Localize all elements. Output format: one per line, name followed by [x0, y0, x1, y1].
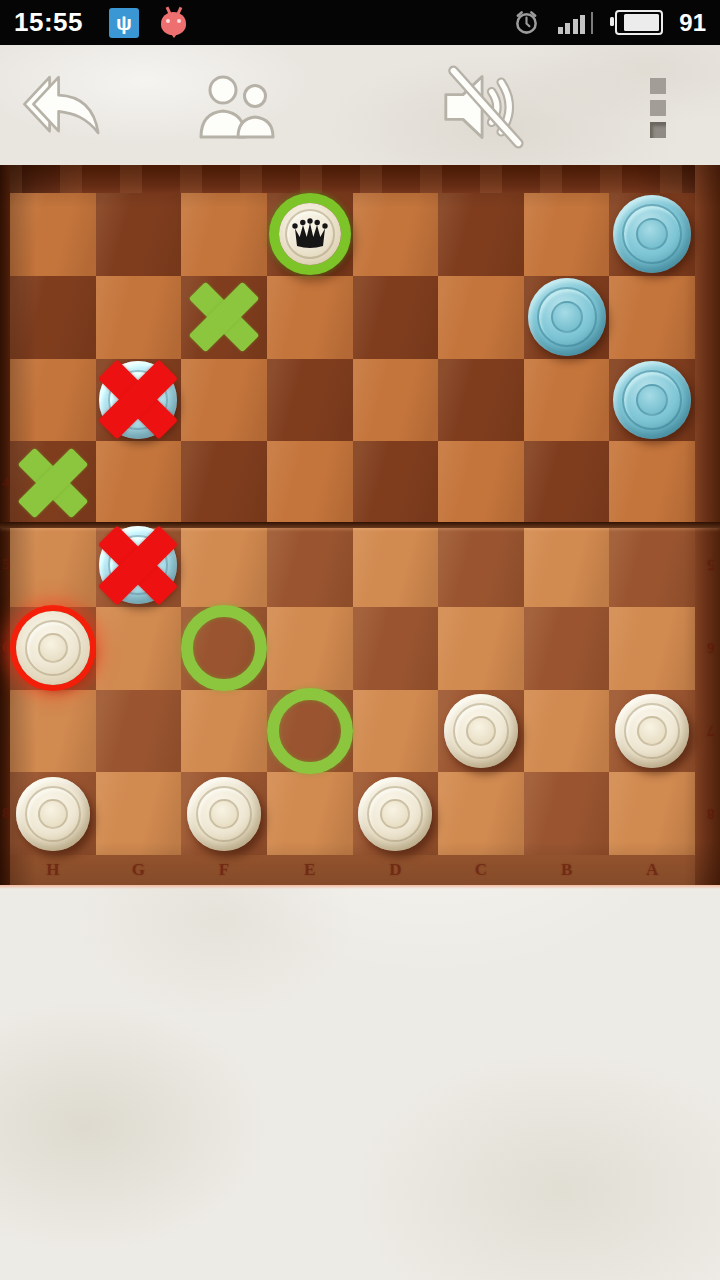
white-man[interactable]	[358, 777, 432, 851]
players-button[interactable]	[195, 73, 281, 141]
square-C3[interactable]	[438, 359, 524, 442]
file-label-A: A	[646, 860, 658, 880]
green-x-marker[interactable]	[10, 441, 96, 524]
square-A1[interactable]	[609, 193, 695, 276]
green-circle-marker[interactable]	[267, 688, 353, 774]
board-frame-bottom	[0, 855, 720, 885]
square-A8[interactable]	[609, 772, 695, 855]
square-H3[interactable]	[10, 359, 96, 442]
file-label-D: D	[389, 860, 401, 880]
square-A7[interactable]	[609, 690, 695, 773]
square-C8[interactable]	[438, 772, 524, 855]
square-E2[interactable]	[267, 276, 353, 359]
square-G7[interactable]	[96, 690, 182, 773]
usb-debugging-icon: ψ	[109, 8, 139, 38]
white-man[interactable]	[16, 611, 90, 685]
square-A5[interactable]	[609, 524, 695, 607]
square-H1[interactable]	[10, 193, 96, 276]
square-H6[interactable]	[10, 607, 96, 690]
square-C7[interactable]	[438, 690, 524, 773]
alarm-clock-icon	[513, 9, 540, 36]
cyan-man[interactable]	[613, 195, 691, 273]
square-B6[interactable]	[524, 607, 610, 690]
square-G3[interactable]	[96, 359, 182, 442]
square-D5[interactable]	[353, 524, 439, 607]
square-F2[interactable]	[181, 276, 267, 359]
cyan-man[interactable]	[613, 361, 691, 439]
square-D7[interactable]	[353, 690, 439, 773]
square-A2[interactable]	[609, 276, 695, 359]
board-frame-top	[0, 165, 720, 193]
status-time: 15:55	[14, 7, 83, 38]
square-F3[interactable]	[181, 359, 267, 442]
rank-label-right-5: 5	[707, 556, 715, 573]
square-B1[interactable]	[524, 193, 610, 276]
file-label-H: H	[46, 860, 59, 880]
board-shadow-line	[0, 885, 720, 889]
red-x-marker	[96, 359, 182, 442]
rank-label-right-8: 8	[707, 805, 715, 822]
square-H7[interactable]	[10, 690, 96, 773]
white-man[interactable]	[187, 777, 261, 851]
square-D1[interactable]	[353, 193, 439, 276]
battery-icon	[615, 10, 663, 35]
cyan-man[interactable]	[528, 278, 606, 356]
square-E7[interactable]	[267, 690, 353, 773]
square-C4[interactable]	[438, 441, 524, 524]
square-F1[interactable]	[181, 193, 267, 276]
mute-button[interactable]	[438, 65, 530, 149]
square-B5[interactable]	[524, 524, 610, 607]
red-x-marker	[96, 524, 182, 607]
square-C5[interactable]	[438, 524, 524, 607]
square-B7[interactable]	[524, 690, 610, 773]
square-D2[interactable]	[353, 276, 439, 359]
rank-label-left-8: 8	[2, 805, 10, 822]
square-H4[interactable]	[10, 441, 96, 524]
square-A6[interactable]	[609, 607, 695, 690]
square-G2[interactable]	[96, 276, 182, 359]
square-D4[interactable]	[353, 441, 439, 524]
square-G5[interactable]	[96, 524, 182, 607]
square-F8[interactable]	[181, 772, 267, 855]
square-D8[interactable]	[353, 772, 439, 855]
square-A4[interactable]	[609, 441, 695, 524]
white-king[interactable]	[279, 203, 341, 265]
square-F7[interactable]	[181, 690, 267, 773]
square-H5[interactable]	[10, 524, 96, 607]
android-notification-icon	[159, 8, 189, 38]
square-G4[interactable]	[96, 441, 182, 524]
square-G1[interactable]	[96, 193, 182, 276]
battery-percent: 91	[679, 9, 706, 37]
square-H2[interactable]	[10, 276, 96, 359]
square-E6[interactable]	[267, 607, 353, 690]
square-A3[interactable]	[609, 359, 695, 442]
square-B4[interactable]	[524, 441, 610, 524]
rank-label-left-5: 5	[2, 556, 10, 573]
square-D6[interactable]	[353, 607, 439, 690]
square-G6[interactable]	[96, 607, 182, 690]
file-label-C: C	[475, 860, 487, 880]
square-E4[interactable]	[267, 441, 353, 524]
square-B2[interactable]	[524, 276, 610, 359]
white-man[interactable]	[16, 777, 90, 851]
white-man[interactable]	[615, 694, 689, 768]
square-E3[interactable]	[267, 359, 353, 442]
square-D3[interactable]	[353, 359, 439, 442]
rank-label-right-7: 7	[707, 722, 715, 739]
square-C6[interactable]	[438, 607, 524, 690]
square-C1[interactable]	[438, 193, 524, 276]
signal-strength-icon	[558, 12, 594, 34]
status-bar: 15:55 ψ 91	[0, 0, 720, 45]
square-F4[interactable]	[181, 441, 267, 524]
square-E5[interactable]	[267, 524, 353, 607]
menu-button[interactable]	[650, 78, 670, 138]
white-man[interactable]	[444, 694, 518, 768]
green-circle-marker[interactable]	[181, 605, 267, 691]
rank-label-left-4: 4	[2, 474, 10, 491]
square-B8[interactable]	[524, 772, 610, 855]
crown-icon	[290, 218, 330, 250]
square-G8[interactable]	[96, 772, 182, 855]
square-E1[interactable]	[267, 193, 353, 276]
square-E8[interactable]	[267, 772, 353, 855]
square-B3[interactable]	[524, 359, 610, 442]
file-label-E: E	[304, 860, 315, 880]
rank-label-left-6: 6	[2, 639, 10, 656]
square-F6[interactable]	[181, 607, 267, 690]
checkers-board: HGFEDCBA45685678	[0, 165, 720, 885]
rank-label-right-6: 6	[707, 639, 715, 656]
file-label-G: G	[132, 860, 145, 880]
square-C2[interactable]	[438, 276, 524, 359]
toolbar	[0, 45, 720, 165]
back-button[interactable]	[14, 70, 114, 142]
file-label-B: B	[561, 860, 572, 880]
square-H8[interactable]	[10, 772, 96, 855]
green-x-marker[interactable]	[181, 276, 267, 359]
square-F5[interactable]	[181, 524, 267, 607]
file-label-F: F	[219, 860, 229, 880]
